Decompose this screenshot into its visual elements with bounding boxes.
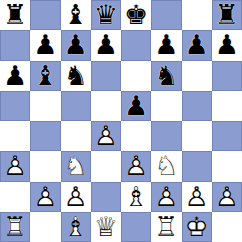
white-pawn-f2[interactable]: ♟♙ (151, 182, 181, 212)
piece-outline-layer: ♖ (151, 212, 181, 242)
square-f1[interactable]: ♜♖ (151, 212, 181, 242)
square-e1[interactable] (121, 212, 151, 242)
square-g8[interactable] (182, 0, 212, 30)
black-rook-a8[interactable]: ♜ (0, 0, 30, 30)
square-f6[interactable]: ♞ (151, 61, 181, 91)
chess-board-wrap: ♜♝♛♚♜♟♟♟♟♟♟♟♝♞♞♟♟♙♟♙♞♘♟♙♞♘♟♙♟♙♝♗♟♙♟♙♟♙♜♖… (0, 0, 242, 242)
square-a4[interactable] (0, 121, 30, 151)
piece-glyph: ♞ (61, 61, 91, 91)
piece-glyph: ♟ (212, 30, 242, 60)
square-e8[interactable]: ♚ (121, 0, 151, 30)
square-a2[interactable] (0, 182, 30, 212)
square-g5[interactable] (182, 91, 212, 121)
piece-outline-layer: ♘ (61, 151, 91, 181)
square-d4[interactable]: ♟♙ (91, 121, 121, 151)
white-pawn-e3[interactable]: ♟♙ (121, 151, 151, 181)
piece-outline-layer: ♙ (212, 182, 242, 212)
black-pawn-g7[interactable]: ♟ (182, 30, 212, 60)
square-b1[interactable] (30, 212, 60, 242)
piece-glyph: ♝ (61, 0, 91, 30)
black-rook-h8[interactable]: ♜ (212, 0, 242, 30)
square-d8[interactable]: ♛ (91, 0, 121, 30)
white-bishop-c1[interactable]: ♝♗ (61, 212, 91, 242)
square-f7[interactable]: ♟ (151, 30, 181, 60)
square-b8[interactable] (30, 0, 60, 30)
black-queen-d8[interactable]: ♛ (91, 0, 121, 30)
black-bishop-c8[interactable]: ♝ (61, 0, 91, 30)
piece-glyph: ♟ (121, 91, 151, 121)
square-a6[interactable]: ♟ (0, 61, 30, 91)
piece-glyph: ♜ (212, 0, 242, 30)
piece-outline-layer: ♙ (182, 182, 212, 212)
white-pawn-a3[interactable]: ♟♙ (0, 151, 30, 181)
square-e3[interactable]: ♟♙ (121, 151, 151, 181)
piece-glyph: ♟ (30, 30, 60, 60)
piece-outline-layer: ♔ (182, 212, 212, 242)
piece-glyph: ♛ (91, 0, 121, 30)
piece-outline-layer: ♙ (61, 182, 91, 212)
square-b7[interactable]: ♟ (30, 30, 60, 60)
square-b6[interactable]: ♝ (30, 61, 60, 91)
piece-glyph: ♚ (121, 0, 151, 30)
square-a1[interactable]: ♜♖ (0, 212, 30, 242)
piece-outline-layer: ♘ (151, 151, 181, 181)
square-c5[interactable] (61, 91, 91, 121)
square-a8[interactable]: ♜ (0, 0, 30, 30)
square-a7[interactable] (0, 30, 30, 60)
square-f8[interactable] (151, 0, 181, 30)
square-g4[interactable] (182, 121, 212, 151)
square-b2[interactable]: ♟♙ (30, 182, 60, 212)
square-d1[interactable]: ♛♕ (91, 212, 121, 242)
piece-outline-layer: ♕ (91, 212, 121, 242)
black-pawn-d7[interactable]: ♟ (91, 30, 121, 60)
square-g2[interactable]: ♟♙ (182, 182, 212, 212)
square-g3[interactable] (182, 151, 212, 181)
white-king-g1[interactable]: ♚♔ (182, 212, 212, 242)
square-c7[interactable]: ♟ (61, 30, 91, 60)
black-pawn-e5[interactable]: ♟ (121, 91, 151, 121)
piece-glyph: ♟ (0, 61, 30, 91)
square-b4[interactable] (30, 121, 60, 151)
square-g6[interactable] (182, 61, 212, 91)
square-d2[interactable] (91, 182, 121, 212)
white-knight-f3[interactable]: ♞♘ (151, 151, 181, 181)
white-rook-f1[interactable]: ♜♖ (151, 212, 181, 242)
square-c2[interactable]: ♟♙ (61, 182, 91, 212)
square-c4[interactable] (61, 121, 91, 151)
white-pawn-g2[interactable]: ♟♙ (182, 182, 212, 212)
piece-outline-layer: ♙ (30, 182, 60, 212)
square-h7[interactable]: ♟ (212, 30, 242, 60)
square-e2[interactable]: ♝♗ (121, 182, 151, 212)
piece-outline-layer: ♗ (121, 182, 151, 212)
piece-glyph: ♟ (182, 30, 212, 60)
piece-glyph: ♟ (151, 30, 181, 60)
black-bishop-b6[interactable]: ♝ (30, 61, 60, 91)
black-pawn-c7[interactable]: ♟ (61, 30, 91, 60)
square-d3[interactable] (91, 151, 121, 181)
piece-outline-layer: ♙ (121, 151, 151, 181)
square-b3[interactable] (30, 151, 60, 181)
square-d6[interactable] (91, 61, 121, 91)
piece-outline-layer: ♙ (91, 121, 121, 151)
piece-outline-layer: ♗ (61, 212, 91, 242)
piece-outline-layer: ♙ (0, 151, 30, 181)
white-pawn-c2[interactable]: ♟♙ (61, 182, 91, 212)
square-d7[interactable]: ♟ (91, 30, 121, 60)
square-e4[interactable] (121, 121, 151, 151)
square-h4[interactable] (212, 121, 242, 151)
black-king-e8[interactable]: ♚ (121, 0, 151, 30)
square-c1[interactable]: ♝♗ (61, 212, 91, 242)
square-f4[interactable] (151, 121, 181, 151)
piece-outline-layer: ♙ (151, 182, 181, 212)
square-a3[interactable]: ♟♙ (0, 151, 30, 181)
white-rook-a1[interactable]: ♜♖ (0, 212, 30, 242)
piece-glyph: ♟ (61, 30, 91, 60)
square-c6[interactable]: ♞ (61, 61, 91, 91)
piece-outline-layer: ♖ (0, 212, 30, 242)
chess-board: ♜♝♛♚♜♟♟♟♟♟♟♟♝♞♞♟♟♙♟♙♞♘♟♙♞♘♟♙♟♙♝♗♟♙♟♙♟♙♜♖… (0, 0, 242, 242)
square-c3[interactable]: ♞♘ (61, 151, 91, 181)
black-pawn-h7[interactable]: ♟ (212, 30, 242, 60)
square-g7[interactable]: ♟ (182, 30, 212, 60)
white-bishop-e2[interactable]: ♝♗ (121, 182, 151, 212)
white-pawn-d4[interactable]: ♟♙ (91, 121, 121, 151)
square-f2[interactable]: ♟♙ (151, 182, 181, 212)
square-f5[interactable] (151, 91, 181, 121)
black-knight-c6[interactable]: ♞ (61, 61, 91, 91)
white-pawn-b2[interactable]: ♟♙ (30, 182, 60, 212)
piece-glyph: ♜ (0, 0, 30, 30)
square-h3[interactable] (212, 151, 242, 181)
black-pawn-a6[interactable]: ♟ (0, 61, 30, 91)
black-knight-f6[interactable]: ♞ (151, 61, 181, 91)
black-pawn-f7[interactable]: ♟ (151, 30, 181, 60)
square-h5[interactable] (212, 91, 242, 121)
square-g1[interactable]: ♚♔ (182, 212, 212, 242)
square-e7[interactable] (121, 30, 151, 60)
square-b5[interactable] (30, 91, 60, 121)
white-knight-c3[interactable]: ♞♘ (61, 151, 91, 181)
white-pawn-h2[interactable]: ♟♙ (212, 182, 242, 212)
square-d5[interactable] (91, 91, 121, 121)
square-h2[interactable]: ♟♙ (212, 182, 242, 212)
square-a5[interactable] (0, 91, 30, 121)
square-h6[interactable] (212, 61, 242, 91)
square-e5[interactable]: ♟ (121, 91, 151, 121)
black-pawn-b7[interactable]: ♟ (30, 30, 60, 60)
white-queen-d1[interactable]: ♛♕ (91, 212, 121, 242)
piece-glyph: ♞ (151, 61, 181, 91)
square-e6[interactable] (121, 61, 151, 91)
piece-glyph: ♟ (91, 30, 121, 60)
piece-glyph: ♝ (30, 61, 60, 91)
square-h8[interactable]: ♜ (212, 0, 242, 30)
square-c8[interactable]: ♝ (61, 0, 91, 30)
square-h1[interactable] (212, 212, 242, 242)
square-f3[interactable]: ♞♘ (151, 151, 181, 181)
